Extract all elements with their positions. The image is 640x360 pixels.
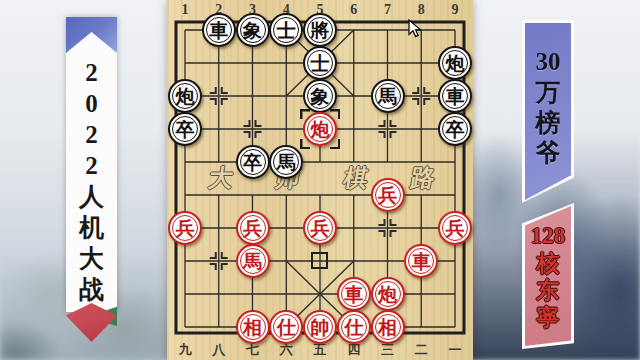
board-grid[interactable]: 車象士將士炮炮象馬車卒卒卒馬炮兵兵兵兵兵馬車車炮相仕帥仕相 (168, 14, 472, 344)
right-bottom-ribbon-text: 128 核东寧 (522, 203, 574, 349)
piece-glyph: 馬 (277, 153, 296, 172)
piece-red-advisor[interactable]: 仕 (337, 310, 371, 344)
screenshot-stage: 123456789 九八七六五四三二一 大师棋路 車象士將士炮炮象馬車卒卒卒馬炮… (0, 0, 640, 360)
piece-red-chariot[interactable]: 車 (337, 277, 371, 311)
ribbon-char: 爷 (536, 138, 561, 168)
right-bottom-ribbon-number: 128 (531, 223, 566, 249)
piece-glyph: 卒 (446, 120, 465, 139)
ribbon-char: 榜 (536, 108, 561, 138)
piece-black-elephant[interactable]: 象 (236, 13, 270, 47)
file-label: 九 (168, 341, 202, 359)
last-move-origin-marker (311, 252, 328, 269)
piece-black-soldier[interactable]: 卒 (438, 112, 472, 146)
piece-red-horse[interactable]: 馬 (236, 244, 270, 278)
left-ribbon-text: 2022人机大战 (66, 57, 117, 305)
ribbon-char: 大 (79, 243, 104, 274)
piece-red-soldier[interactable]: 兵 (168, 211, 202, 245)
piece-glyph: 士 (277, 21, 296, 40)
piece-glyph: 兵 (311, 219, 330, 238)
ribbon-char: 0 (85, 88, 98, 119)
piece-red-elephant[interactable]: 相 (236, 310, 270, 344)
file-label: 二 (404, 341, 438, 359)
piece-glyph: 卒 (243, 153, 262, 172)
piece-red-general[interactable]: 帥 (303, 310, 337, 344)
piece-red-cannon[interactable]: 炮 (303, 112, 337, 146)
piece-black-general[interactable]: 將 (303, 13, 337, 47)
piece-glyph: 車 (446, 87, 465, 106)
piece-black-advisor[interactable]: 士 (303, 46, 337, 80)
ribbon-char: 核 (537, 250, 560, 277)
piece-glyph: 炮 (446, 54, 465, 73)
piece-black-soldier[interactable]: 卒 (236, 145, 270, 179)
right-top-ribbon: 30 万榜爷 (522, 20, 574, 203)
piece-black-cannon[interactable]: 炮 (438, 46, 472, 80)
right-top-ribbon-number: 30 (536, 48, 561, 76)
piece-glyph: 將 (311, 21, 330, 40)
piece-red-soldier[interactable]: 兵 (371, 178, 405, 212)
piece-glyph: 相 (378, 318, 397, 337)
piece-glyph: 車 (344, 285, 363, 304)
piece-glyph: 車 (209, 21, 228, 40)
right-top-ribbon-text: 30 万榜爷 (522, 20, 574, 203)
piece-black-horse[interactable]: 馬 (269, 145, 303, 179)
ribbon-char: 2 (85, 57, 98, 88)
piece-black-elephant[interactable]: 象 (303, 79, 337, 113)
piece-red-elephant[interactable]: 相 (371, 310, 405, 344)
ribbon-char: 人 (79, 181, 104, 212)
piece-glyph: 兵 (243, 219, 262, 238)
piece-red-soldier[interactable]: 兵 (438, 211, 472, 245)
right-bottom-ribbon: 128 核东寧 (522, 203, 574, 349)
ribbon-char: 战 (79, 274, 104, 305)
ribbon-char: 东 (537, 277, 560, 304)
piece-glyph: 車 (412, 252, 431, 271)
piece-glyph: 兵 (378, 186, 397, 205)
piece-glyph: 馬 (243, 252, 262, 271)
piece-black-cannon[interactable]: 炮 (168, 79, 202, 113)
piece-glyph: 卒 (176, 120, 195, 139)
piece-glyph: 象 (311, 87, 330, 106)
left-title-ribbon: 2022人机大战 (66, 17, 117, 342)
piece-black-chariot[interactable]: 車 (438, 79, 472, 113)
piece-black-horse[interactable]: 馬 (371, 79, 405, 113)
piece-red-soldier[interactable]: 兵 (236, 211, 270, 245)
piece-glyph: 相 (243, 318, 262, 337)
piece-glyph: 馬 (378, 87, 397, 106)
piece-glyph: 兵 (176, 219, 195, 238)
piece-red-cannon[interactable]: 炮 (371, 277, 405, 311)
piece-glyph: 炮 (176, 87, 195, 106)
piece-red-advisor[interactable]: 仕 (269, 310, 303, 344)
piece-glyph: 炮 (311, 120, 330, 139)
piece-black-chariot[interactable]: 車 (202, 13, 236, 47)
piece-black-soldier[interactable]: 卒 (168, 112, 202, 146)
piece-red-soldier[interactable]: 兵 (303, 211, 337, 245)
ribbon-char: 万 (536, 78, 561, 108)
ribbon-char: 机 (79, 212, 104, 243)
piece-glyph: 兵 (446, 219, 465, 238)
piece-glyph: 士 (311, 54, 330, 73)
piece-glyph: 象 (243, 21, 262, 40)
piece-glyph: 炮 (378, 285, 397, 304)
piece-glyph: 帥 (311, 318, 330, 337)
file-label: 八 (202, 341, 236, 359)
file-label: 一 (438, 341, 472, 359)
piece-glyph: 仕 (344, 318, 363, 337)
piece-black-advisor[interactable]: 士 (269, 13, 303, 47)
ribbon-char: 2 (85, 150, 98, 181)
piece-glyph: 仕 (277, 318, 296, 337)
ribbon-char: 寧 (537, 304, 560, 331)
ribbon-char: 2 (85, 119, 98, 150)
piece-red-chariot[interactable]: 車 (404, 244, 438, 278)
